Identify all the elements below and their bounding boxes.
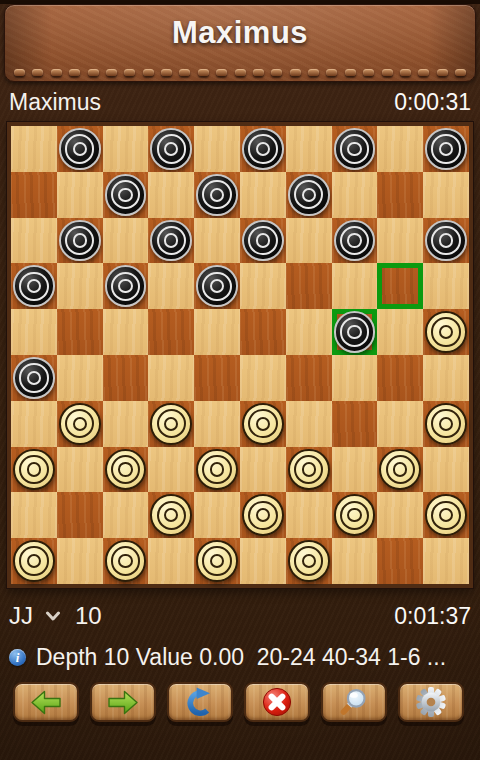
board-grid: [11, 126, 469, 584]
player-name: Maximus: [9, 89, 101, 116]
light-square: [194, 492, 240, 538]
light-square: [332, 263, 378, 309]
white-man[interactable]: [105, 449, 147, 491]
light-square: [286, 401, 332, 447]
red-cross-icon: [261, 686, 293, 718]
light-square: [377, 126, 423, 172]
black-man[interactable]: [242, 220, 284, 262]
square-42[interactable]: [148, 492, 194, 538]
black-man[interactable]: [334, 311, 376, 353]
light-square: [240, 538, 286, 584]
white-man[interactable]: [13, 540, 55, 582]
light-square: [240, 355, 286, 401]
black-man[interactable]: [334, 220, 376, 262]
square-30[interactable]: [377, 355, 423, 401]
square-27[interactable]: [103, 355, 149, 401]
square-28[interactable]: [194, 355, 240, 401]
light-square: [423, 355, 469, 401]
black-man[interactable]: [334, 128, 376, 170]
black-man[interactable]: [150, 220, 192, 262]
light-square: [423, 538, 469, 584]
square-45[interactable]: [423, 492, 469, 538]
light-square: [423, 172, 469, 218]
square-21[interactable]: [57, 309, 103, 355]
light-square: [377, 401, 423, 447]
white-man[interactable]: [425, 494, 467, 536]
square-6[interactable]: [11, 172, 57, 218]
white-man[interactable]: [379, 449, 421, 491]
black-man[interactable]: [13, 357, 55, 399]
square-49[interactable]: [286, 538, 332, 584]
square-29[interactable]: [286, 355, 332, 401]
light-square: [11, 309, 57, 355]
light-square: [377, 218, 423, 264]
square-22[interactable]: [148, 309, 194, 355]
light-square: [11, 126, 57, 172]
top-status-bar: Maximus 0:00:31: [0, 84, 480, 120]
forward-button[interactable]: [90, 682, 156, 722]
light-square: [103, 401, 149, 447]
app-title: Maximus: [5, 15, 475, 51]
black-man[interactable]: [196, 174, 238, 216]
square-36[interactable]: [11, 447, 57, 493]
light-square: [103, 492, 149, 538]
light-square: [148, 447, 194, 493]
light-square: [286, 309, 332, 355]
black-man[interactable]: [13, 265, 55, 307]
light-square: [148, 538, 194, 584]
white-man[interactable]: [59, 403, 101, 445]
square-18[interactable]: [194, 263, 240, 309]
square-31[interactable]: [57, 401, 103, 447]
white-man[interactable]: [105, 540, 147, 582]
black-man[interactable]: [242, 128, 284, 170]
engine-name[interactable]: JJ: [9, 602, 33, 630]
square-41[interactable]: [57, 492, 103, 538]
light-square: [194, 401, 240, 447]
white-man[interactable]: [425, 403, 467, 445]
square-50[interactable]: [377, 538, 423, 584]
white-man[interactable]: [288, 449, 330, 491]
white-man[interactable]: [196, 449, 238, 491]
analysis-bar: i Depth 10 Value 0.00 20-24 40-34 1-6 ..…: [0, 642, 480, 672]
app-window: Maximus Maximus 0:00:31 JJ 10 0:01:37 i …: [0, 0, 480, 760]
square-3[interactable]: [240, 126, 286, 172]
analysis-text: Depth 10 Value 0.00 20-24 40-34 1-6 ...: [36, 644, 446, 671]
white-man[interactable]: [334, 494, 376, 536]
light-square: [11, 218, 57, 264]
white-man[interactable]: [150, 494, 192, 536]
square-7[interactable]: [103, 172, 149, 218]
back-button[interactable]: [13, 682, 79, 722]
white-man[interactable]: [288, 540, 330, 582]
light-square: [332, 172, 378, 218]
light-square: [332, 538, 378, 584]
square-1[interactable]: [57, 126, 103, 172]
light-square: [377, 309, 423, 355]
light-square: [286, 126, 332, 172]
light-square: [194, 126, 240, 172]
light-square: [103, 126, 149, 172]
magnify-button[interactable]: [321, 682, 387, 722]
board: [7, 122, 473, 588]
light-square: [57, 538, 103, 584]
square-13[interactable]: [240, 218, 286, 264]
square-24[interactable]: [332, 309, 378, 355]
square-16[interactable]: [11, 263, 57, 309]
white-man[interactable]: [242, 494, 284, 536]
square-40[interactable]: [377, 447, 423, 493]
square-33[interactable]: [240, 401, 286, 447]
light-square: [332, 355, 378, 401]
light-square: [377, 492, 423, 538]
black-man[interactable]: [105, 174, 147, 216]
square-14[interactable]: [332, 218, 378, 264]
black-man[interactable]: [288, 174, 330, 216]
light-square: [57, 355, 103, 401]
square-25[interactable]: [423, 309, 469, 355]
square-39[interactable]: [286, 447, 332, 493]
green-arrow-left-icon: [30, 689, 62, 716]
square-8[interactable]: [194, 172, 240, 218]
white-man[interactable]: [242, 403, 284, 445]
square-48[interactable]: [194, 538, 240, 584]
light-square: [103, 218, 149, 264]
square-4[interactable]: [332, 126, 378, 172]
light-square: [332, 447, 378, 493]
light-square: [148, 355, 194, 401]
engine-status-bar: JJ 10 0:01:37: [0, 596, 480, 636]
black-man[interactable]: [425, 128, 467, 170]
stitch-seam: [14, 69, 466, 76]
light-square: [286, 218, 332, 264]
light-square: [423, 447, 469, 493]
light-square: [194, 218, 240, 264]
light-square: [57, 172, 103, 218]
settings-button[interactable]: [398, 682, 464, 722]
square-43[interactable]: [240, 492, 286, 538]
light-square: [194, 309, 240, 355]
square-12[interactable]: [148, 218, 194, 264]
square-11[interactable]: [57, 218, 103, 264]
square-15[interactable]: [423, 218, 469, 264]
square-19[interactable]: [286, 263, 332, 309]
engine-level: 10: [75, 602, 102, 630]
light-square: [240, 172, 286, 218]
light-square: [11, 492, 57, 538]
black-man[interactable]: [150, 128, 192, 170]
info-icon: i: [9, 649, 26, 666]
player-clock: 0:00:31: [394, 89, 471, 116]
square-35[interactable]: [423, 401, 469, 447]
square-32[interactable]: [148, 401, 194, 447]
light-square: [148, 263, 194, 309]
app-titlebar: Maximus: [4, 4, 476, 82]
light-square: [57, 263, 103, 309]
light-square: [57, 447, 103, 493]
black-man[interactable]: [105, 265, 147, 307]
square-2[interactable]: [148, 126, 194, 172]
white-man[interactable]: [13, 449, 55, 491]
light-square: [148, 172, 194, 218]
blue-refresh-icon: [184, 686, 216, 718]
square-26[interactable]: [11, 355, 57, 401]
square-46[interactable]: [11, 538, 57, 584]
black-man[interactable]: [59, 128, 101, 170]
light-square: [240, 447, 286, 493]
chevron-down-icon[interactable]: [45, 611, 61, 622]
white-man[interactable]: [196, 540, 238, 582]
black-man[interactable]: [425, 220, 467, 262]
light-square: [103, 309, 149, 355]
engine-clock: 0:01:37: [394, 603, 471, 630]
square-23[interactable]: [240, 309, 286, 355]
white-man[interactable]: [425, 311, 467, 353]
square-9[interactable]: [286, 172, 332, 218]
light-square: [240, 263, 286, 309]
square-20[interactable]: [377, 263, 423, 309]
square-38[interactable]: [194, 447, 240, 493]
restart-button[interactable]: [167, 682, 233, 722]
stop-button[interactable]: [244, 682, 310, 722]
light-square: [11, 401, 57, 447]
light-square: [286, 492, 332, 538]
square-47[interactable]: [103, 538, 149, 584]
light-square: [423, 263, 469, 309]
black-man[interactable]: [59, 220, 101, 262]
square-10[interactable]: [377, 172, 423, 218]
square-5[interactable]: [423, 126, 469, 172]
gear-icon: [415, 686, 447, 718]
square-37[interactable]: [103, 447, 149, 493]
toolbar: [13, 682, 467, 722]
square-44[interactable]: [332, 492, 378, 538]
square-34[interactable]: [332, 401, 378, 447]
green-arrow-right-icon: [107, 689, 139, 716]
white-man[interactable]: [150, 403, 192, 445]
magnifier-icon: [338, 686, 370, 718]
black-man[interactable]: [196, 265, 238, 307]
square-17[interactable]: [103, 263, 149, 309]
